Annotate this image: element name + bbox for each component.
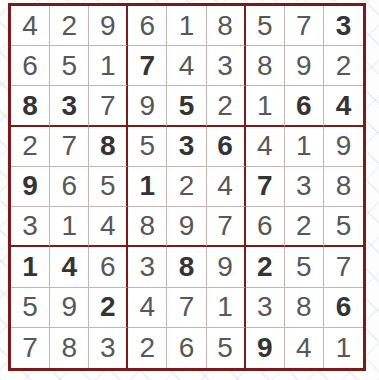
cell-r9c8[interactable]: 4 (285, 328, 324, 368)
cell-r7c4[interactable]: 3 (128, 247, 167, 287)
cell-r5c2[interactable]: 6 (50, 167, 89, 207)
cell-r1c9[interactable]: 3 (324, 6, 363, 46)
cell-r5c6[interactable]: 4 (207, 167, 246, 207)
cell-r5c3[interactable]: 5 (89, 167, 128, 207)
cell-r6c5[interactable]: 9 (167, 207, 206, 247)
cell-r4c7[interactable]: 4 (246, 127, 285, 167)
cell-r3c5[interactable]: 5 (167, 86, 206, 126)
cell-r2c2[interactable]: 5 (50, 46, 89, 86)
cell-r3c7[interactable]: 1 (246, 86, 285, 126)
cell-r1c5[interactable]: 1 (167, 6, 206, 46)
cell-r7c9[interactable]: 7 (324, 247, 363, 287)
cell-r7c7[interactable]: 2 (246, 247, 285, 287)
cell-r9c3[interactable]: 3 (89, 328, 128, 368)
cell-r4c9[interactable]: 9 (324, 127, 363, 167)
cell-r2c3[interactable]: 1 (89, 46, 128, 86)
cell-r6c9[interactable]: 5 (324, 207, 363, 247)
cell-r9c1[interactable]: 7 (11, 328, 50, 368)
cell-r8c7[interactable]: 3 (246, 288, 285, 328)
cell-r9c5[interactable]: 6 (167, 328, 206, 368)
cell-r2c8[interactable]: 9 (285, 46, 324, 86)
cell-r8c1[interactable]: 5 (11, 288, 50, 328)
cell-r1c3[interactable]: 9 (89, 6, 128, 46)
cell-r9c7[interactable]: 9 (246, 328, 285, 368)
cell-r1c6[interactable]: 8 (207, 6, 246, 46)
cell-r4c1[interactable]: 2 (11, 127, 50, 167)
cell-r5c1[interactable]: 9 (11, 167, 50, 207)
cell-r7c3[interactable]: 6 (89, 247, 128, 287)
cell-r8c3[interactable]: 2 (89, 288, 128, 328)
cell-r9c6[interactable]: 5 (207, 328, 246, 368)
cell-r1c7[interactable]: 5 (246, 6, 285, 46)
cell-r9c4[interactable]: 2 (128, 328, 167, 368)
cell-r6c6[interactable]: 7 (207, 207, 246, 247)
cell-r3c2[interactable]: 3 (50, 86, 89, 126)
cell-r6c7[interactable]: 6 (246, 207, 285, 247)
cell-r3c4[interactable]: 9 (128, 86, 167, 126)
cell-r2c1[interactable]: 6 (11, 46, 50, 86)
cell-r2c9[interactable]: 2 (324, 46, 363, 86)
cell-r5c8[interactable]: 3 (285, 167, 324, 207)
cell-r3c8[interactable]: 6 (285, 86, 324, 126)
cell-r2c4[interactable]: 7 (128, 46, 167, 86)
cell-r6c3[interactable]: 4 (89, 207, 128, 247)
cell-r4c5[interactable]: 3 (167, 127, 206, 167)
cell-r2c5[interactable]: 4 (167, 46, 206, 86)
cell-r6c1[interactable]: 3 (11, 207, 50, 247)
cell-r4c6[interactable]: 6 (207, 127, 246, 167)
cell-r5c4[interactable]: 1 (128, 167, 167, 207)
cell-r1c8[interactable]: 7 (285, 6, 324, 46)
cell-r1c4[interactable]: 6 (128, 6, 167, 46)
cell-r8c5[interactable]: 7 (167, 288, 206, 328)
cell-r6c8[interactable]: 2 (285, 207, 324, 247)
cell-r5c5[interactable]: 2 (167, 167, 206, 207)
cell-r7c2[interactable]: 4 (50, 247, 89, 287)
cell-r1c2[interactable]: 2 (50, 6, 89, 46)
cell-r9c2[interactable]: 8 (50, 328, 89, 368)
cell-r4c3[interactable]: 8 (89, 127, 128, 167)
cell-r8c4[interactable]: 4 (128, 288, 167, 328)
cell-r2c7[interactable]: 8 (246, 46, 285, 86)
cell-r4c2[interactable]: 7 (50, 127, 89, 167)
cell-r3c6[interactable]: 2 (207, 86, 246, 126)
cell-r7c1[interactable]: 1 (11, 247, 50, 287)
cell-r5c7[interactable]: 7 (246, 167, 285, 207)
cell-r2c6[interactable]: 3 (207, 46, 246, 86)
cell-r7c5[interactable]: 8 (167, 247, 206, 287)
cell-r5c9[interactable]: 8 (324, 167, 363, 207)
cell-r6c4[interactable]: 8 (128, 207, 167, 247)
cell-r6c2[interactable]: 1 (50, 207, 89, 247)
cell-r1c1[interactable]: 4 (11, 6, 50, 46)
cell-r4c8[interactable]: 1 (285, 127, 324, 167)
cell-r8c2[interactable]: 9 (50, 288, 89, 328)
sudoku-board: 4296185736517438928379521642785364199651… (8, 3, 366, 371)
cell-r8c6[interactable]: 1 (207, 288, 246, 328)
cell-r8c9[interactable]: 6 (324, 288, 363, 328)
cell-r8c8[interactable]: 8 (285, 288, 324, 328)
cell-r4c4[interactable]: 5 (128, 127, 167, 167)
cell-r3c3[interactable]: 7 (89, 86, 128, 126)
cell-r3c1[interactable]: 8 (11, 86, 50, 126)
cell-r9c9[interactable]: 1 (324, 328, 363, 368)
cell-r3c9[interactable]: 4 (324, 86, 363, 126)
cell-r7c6[interactable]: 9 (207, 247, 246, 287)
cell-r7c8[interactable]: 5 (285, 247, 324, 287)
